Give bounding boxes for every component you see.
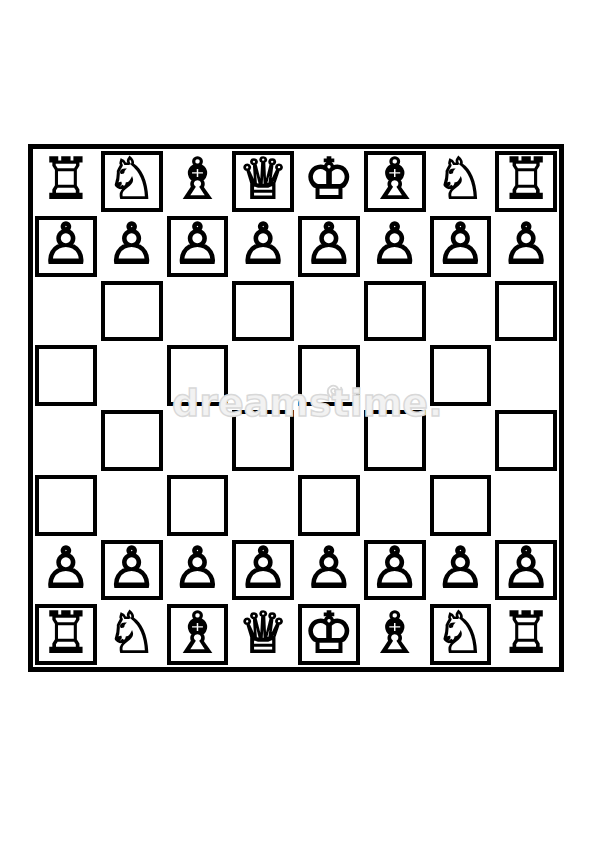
piece-white-queen[interactable]: ♕ bbox=[238, 605, 288, 661]
square-a5[interactable] bbox=[33, 343, 99, 408]
dark-square-outline bbox=[35, 345, 97, 406]
piece-black-pawn[interactable]: ♙ bbox=[501, 216, 551, 272]
piece-white-king[interactable]: ♔ bbox=[304, 605, 354, 661]
square-d7[interactable]: ♙ bbox=[230, 214, 296, 279]
piece-black-rook[interactable]: ♖ bbox=[41, 151, 91, 207]
dark-square-outline bbox=[167, 475, 229, 536]
square-h1[interactable]: ♖ bbox=[493, 602, 559, 667]
piece-black-pawn[interactable]: ♙ bbox=[107, 216, 157, 272]
square-e1[interactable]: ♔ bbox=[296, 602, 362, 667]
square-h4[interactable] bbox=[493, 408, 559, 473]
square-b3[interactable] bbox=[99, 473, 165, 538]
dark-square-outline bbox=[430, 475, 492, 536]
square-f6[interactable] bbox=[362, 279, 428, 344]
square-c4[interactable] bbox=[165, 408, 231, 473]
square-h7[interactable]: ♙ bbox=[493, 214, 559, 279]
square-e7[interactable]: ♙ bbox=[296, 214, 362, 279]
dark-square-outline bbox=[232, 410, 294, 471]
piece-white-knight[interactable]: ♘ bbox=[435, 605, 485, 661]
square-h6[interactable] bbox=[493, 279, 559, 344]
dark-square-outline bbox=[298, 345, 360, 406]
square-g5[interactable] bbox=[428, 343, 494, 408]
dark-square-outline bbox=[232, 281, 294, 342]
piece-black-rook[interactable]: ♖ bbox=[501, 151, 551, 207]
square-c3[interactable] bbox=[165, 473, 231, 538]
square-d4[interactable] bbox=[230, 408, 296, 473]
piece-white-pawn[interactable]: ♙ bbox=[435, 540, 485, 596]
piece-white-pawn[interactable]: ♙ bbox=[107, 540, 157, 596]
square-g2[interactable]: ♙ bbox=[428, 538, 494, 603]
square-c2[interactable]: ♙ bbox=[165, 538, 231, 603]
piece-white-knight[interactable]: ♘ bbox=[107, 605, 157, 661]
dark-square-outline bbox=[495, 410, 557, 471]
piece-black-knight[interactable]: ♘ bbox=[107, 151, 157, 207]
square-d2[interactable]: ♙ bbox=[230, 538, 296, 603]
piece-white-pawn[interactable]: ♙ bbox=[41, 540, 91, 596]
page: ♖♘♗♕♔♗♘♖♙♙♙♙♙♙♙♙♙♙♙♙♙♙♙♙♖♘♗♕♔♗♘♖ dreamst… bbox=[0, 0, 595, 842]
square-e3[interactable] bbox=[296, 473, 362, 538]
dark-square-outline bbox=[364, 410, 426, 471]
square-a6[interactable] bbox=[33, 279, 99, 344]
piece-white-pawn[interactable]: ♙ bbox=[501, 540, 551, 596]
square-e5[interactable] bbox=[296, 343, 362, 408]
square-d1[interactable]: ♕ bbox=[230, 602, 296, 667]
piece-black-queen[interactable]: ♕ bbox=[238, 151, 288, 207]
dark-square-outline bbox=[101, 410, 163, 471]
piece-white-bishop[interactable]: ♗ bbox=[370, 605, 420, 661]
square-g7[interactable]: ♙ bbox=[428, 214, 494, 279]
square-f1[interactable]: ♗ bbox=[362, 602, 428, 667]
square-b5[interactable] bbox=[99, 343, 165, 408]
piece-black-bishop[interactable]: ♗ bbox=[370, 151, 420, 207]
square-b2[interactable]: ♙ bbox=[99, 538, 165, 603]
square-e4[interactable] bbox=[296, 408, 362, 473]
square-h3[interactable] bbox=[493, 473, 559, 538]
square-h5[interactable] bbox=[493, 343, 559, 408]
square-a2[interactable]: ♙ bbox=[33, 538, 99, 603]
dark-square-outline bbox=[298, 475, 360, 536]
dark-square-outline bbox=[430, 345, 492, 406]
piece-white-rook[interactable]: ♖ bbox=[501, 605, 551, 661]
square-g4[interactable] bbox=[428, 408, 494, 473]
square-f5[interactable] bbox=[362, 343, 428, 408]
piece-white-bishop[interactable]: ♗ bbox=[172, 605, 222, 661]
square-f7[interactable]: ♙ bbox=[362, 214, 428, 279]
square-d5[interactable] bbox=[230, 343, 296, 408]
square-c1[interactable]: ♗ bbox=[165, 602, 231, 667]
piece-white-pawn[interactable]: ♙ bbox=[172, 540, 222, 596]
square-g3[interactable] bbox=[428, 473, 494, 538]
piece-white-pawn[interactable]: ♙ bbox=[304, 540, 354, 596]
dark-square-outline bbox=[167, 345, 229, 406]
piece-black-pawn[interactable]: ♙ bbox=[304, 216, 354, 272]
square-b1[interactable]: ♘ bbox=[99, 602, 165, 667]
square-f2[interactable]: ♙ bbox=[362, 538, 428, 603]
square-c8[interactable]: ♗ bbox=[165, 149, 231, 214]
square-c6[interactable] bbox=[165, 279, 231, 344]
dark-square-outline bbox=[495, 281, 557, 342]
dark-square-outline bbox=[101, 281, 163, 342]
piece-black-pawn[interactable]: ♙ bbox=[172, 216, 222, 272]
dark-square-outline bbox=[35, 475, 97, 536]
square-b8[interactable]: ♘ bbox=[99, 149, 165, 214]
square-f4[interactable] bbox=[362, 408, 428, 473]
square-d8[interactable]: ♕ bbox=[230, 149, 296, 214]
piece-black-king[interactable]: ♔ bbox=[304, 151, 354, 207]
square-h8[interactable]: ♖ bbox=[493, 149, 559, 214]
square-a8[interactable]: ♖ bbox=[33, 149, 99, 214]
piece-white-pawn[interactable]: ♙ bbox=[238, 540, 288, 596]
piece-white-rook[interactable]: ♖ bbox=[41, 605, 91, 661]
square-f8[interactable]: ♗ bbox=[362, 149, 428, 214]
dark-square-outline bbox=[364, 281, 426, 342]
square-h2[interactable]: ♙ bbox=[493, 538, 559, 603]
square-g6[interactable] bbox=[428, 279, 494, 344]
square-a1[interactable]: ♖ bbox=[33, 602, 99, 667]
piece-black-pawn[interactable]: ♙ bbox=[435, 216, 485, 272]
square-g8[interactable]: ♘ bbox=[428, 149, 494, 214]
square-a7[interactable]: ♙ bbox=[33, 214, 99, 279]
square-d3[interactable] bbox=[230, 473, 296, 538]
square-d6[interactable] bbox=[230, 279, 296, 344]
piece-black-pawn[interactable]: ♙ bbox=[238, 216, 288, 272]
piece-white-pawn[interactable]: ♙ bbox=[370, 540, 420, 596]
square-c5[interactable] bbox=[165, 343, 231, 408]
square-a3[interactable] bbox=[33, 473, 99, 538]
square-b6[interactable] bbox=[99, 279, 165, 344]
piece-black-bishop[interactable]: ♗ bbox=[172, 151, 222, 207]
square-e2[interactable]: ♙ bbox=[296, 538, 362, 603]
square-g1[interactable]: ♘ bbox=[428, 602, 494, 667]
square-f3[interactable] bbox=[362, 473, 428, 538]
square-b4[interactable] bbox=[99, 408, 165, 473]
piece-black-pawn[interactable]: ♙ bbox=[370, 216, 420, 272]
square-c7[interactable]: ♙ bbox=[165, 214, 231, 279]
square-e8[interactable]: ♔ bbox=[296, 149, 362, 214]
square-b7[interactable]: ♙ bbox=[99, 214, 165, 279]
square-a4[interactable] bbox=[33, 408, 99, 473]
piece-black-pawn[interactable]: ♙ bbox=[41, 216, 91, 272]
square-e6[interactable] bbox=[296, 279, 362, 344]
piece-black-knight[interactable]: ♘ bbox=[435, 151, 485, 207]
chess-board: ♖♘♗♕♔♗♘♖♙♙♙♙♙♙♙♙♙♙♙♙♙♙♙♙♖♘♗♕♔♗♘♖ bbox=[28, 144, 564, 672]
